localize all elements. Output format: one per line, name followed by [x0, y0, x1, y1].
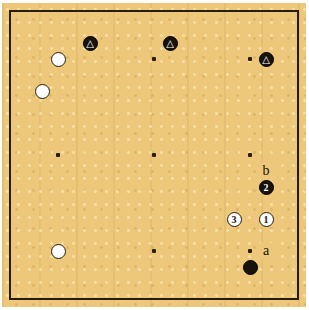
black-stone: [242, 259, 258, 275]
star-point: [146, 147, 162, 163]
black-stone: △: [82, 35, 98, 51]
white-stone: [34, 83, 50, 99]
star-point: [242, 147, 258, 163]
move-number: 2: [264, 181, 269, 194]
star-point: [242, 243, 258, 259]
go-board: △△△213ba: [2, 3, 306, 307]
white-stone: 3: [226, 211, 242, 227]
black-stone: △: [258, 51, 274, 67]
white-stone: [50, 51, 66, 67]
star-point-dot: [248, 249, 252, 253]
star-point-dot: [248, 57, 252, 61]
white-stone: [50, 243, 66, 259]
board-intersections: △△△213ba: [2, 3, 306, 307]
star-point: [50, 147, 66, 163]
star-point: [146, 243, 162, 259]
point-label-a: a: [258, 243, 274, 259]
black-stone-Q3: [243, 260, 258, 275]
star-point-dot: [152, 153, 156, 157]
triangle-mark-icon: △: [166, 36, 174, 49]
star-point-dot: [152, 57, 156, 61]
move-number: 1: [264, 213, 269, 226]
star-point-dot: [248, 153, 252, 157]
star-point: [146, 51, 162, 67]
point-label-text: a: [258, 243, 274, 259]
black-stone-F17: △: [83, 36, 98, 51]
black-stone-R8: 2: [259, 180, 274, 195]
white-stone: 1: [258, 211, 274, 227]
triangle-mark-icon: △: [86, 36, 94, 49]
white-stone-R6: 1: [259, 212, 274, 227]
star-point-dot: [152, 249, 156, 253]
black-stone: △: [162, 35, 178, 51]
move-number: 3: [232, 213, 237, 226]
black-stone-L17: △: [163, 36, 178, 51]
point-label-b: b: [258, 163, 274, 179]
star-point-dot: [56, 153, 60, 157]
triangle-mark-icon: △: [262, 52, 270, 65]
white-stone-C14: [35, 84, 50, 99]
star-point: [242, 51, 258, 67]
point-label-text: b: [258, 163, 274, 179]
white-stone-D16: [51, 52, 66, 67]
white-stone-P6: 3: [227, 212, 242, 227]
black-stone: 2: [258, 179, 274, 195]
black-stone-R16: △: [259, 52, 274, 67]
white-stone-D4: [51, 244, 66, 259]
